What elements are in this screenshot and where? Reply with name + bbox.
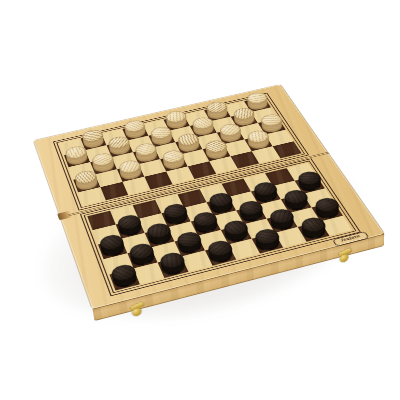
- latch-hook: [132, 307, 142, 317]
- wooden-checkers-box: ●●●●●●●●●●●●●●●●●●●● ●●●●●●●●●●●●●●●●●●●…: [34, 85, 384, 309]
- front-left-latch: [127, 301, 147, 318]
- scene: ●●●●●●●●●●●●●●●●●●●● ●●●●●●●●●●●●●●●●●●●…: [0, 0, 400, 400]
- board-top-face: ●●●●●●●●●●●●●●●●●●●● ●●●●●●●●●●●●●●●●●●●…: [34, 85, 384, 309]
- product-photo-checkers-set: ●●●●●●●●●●●●●●●●●●●● ●●●●●●●●●●●●●●●●●●●…: [0, 0, 400, 400]
- front-right-latch: [337, 247, 354, 264]
- square-r4c1: ●: [73, 174, 100, 192]
- latch-hook: [341, 254, 349, 263]
- light-piece: ●: [73, 174, 100, 192]
